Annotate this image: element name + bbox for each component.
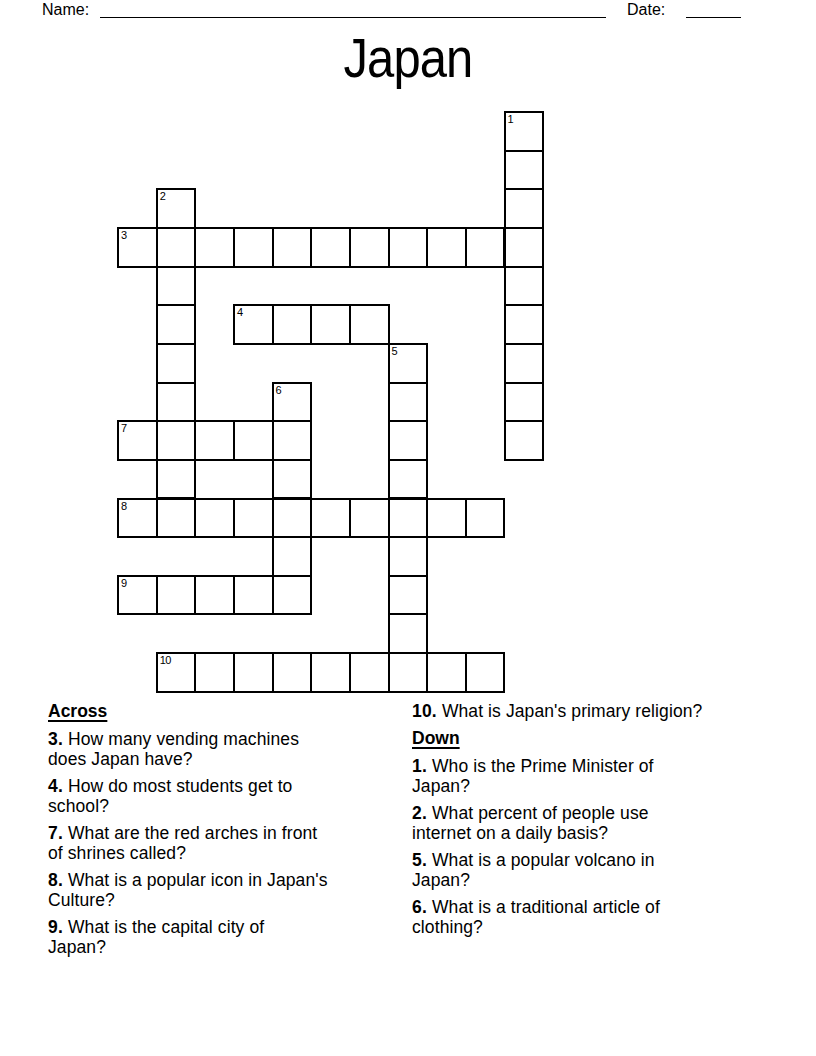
clues-left-column: Across3. How many vending machinesdoes J… [48,701,404,964]
clue-number: 5. [412,850,427,870]
grid-cell-r5c6[interactable] [349,304,390,345]
grid-cell-r9c1[interactable] [156,459,197,500]
grid-cell-r2c1[interactable]: 2 [156,188,197,229]
clue-number: 3. [48,729,63,749]
grid-cell-r11c4[interactable] [272,536,313,577]
clue-number: 7. [48,823,63,843]
crossword-grid: 12345678910 [117,111,545,693]
grid-cell-r3c2[interactable] [194,227,235,268]
grid-cell-r8c3[interactable] [233,420,274,461]
cell-number-1: 1 [508,113,514,126]
grid-cell-r12c7[interactable] [388,575,429,616]
grid-cell-r12c1[interactable] [156,575,197,616]
across-heading: Across [48,701,404,721]
grid-cell-r9c7[interactable] [388,459,429,500]
cell-number-7: 7 [121,422,127,435]
cell-number-9: 9 [121,577,127,590]
name-write-line[interactable] [100,0,606,18]
grid-cell-r14c5[interactable] [310,652,351,693]
grid-cell-r8c7[interactable] [388,420,429,461]
grid-cell-r3c7[interactable] [388,227,429,268]
grid-cell-r10c6[interactable] [349,498,390,539]
cell-number-8: 8 [121,500,127,513]
grid-cell-r10c4[interactable] [272,498,313,539]
grid-cell-r5c5[interactable] [310,304,351,345]
cell-number-5: 5 [392,345,398,358]
grid-cell-r3c0[interactable]: 3 [117,227,158,268]
grid-cell-r13c7[interactable] [388,613,429,654]
grid-cell-r14c3[interactable] [233,652,274,693]
grid-cell-r10c3[interactable] [233,498,274,539]
grid-cell-r3c6[interactable] [349,227,390,268]
cell-number-6: 6 [276,384,282,397]
grid-cell-r10c2[interactable] [194,498,235,539]
grid-cell-r3c1[interactable] [156,227,197,268]
clues-right-column: 10. What is Japan's primary religion?Dow… [412,701,787,944]
clue-down-1: 1. Who is the Prime Minister ofJapan? [412,756,787,796]
grid-cell-r3c10[interactable] [504,227,545,268]
grid-cell-r8c2[interactable] [194,420,235,461]
clue-number: 6. [412,897,427,917]
grid-cell-r7c10[interactable] [504,382,545,423]
grid-cell-r14c8[interactable] [426,652,467,693]
grid-cell-r3c8[interactable] [426,227,467,268]
grid-cell-r6c1[interactable] [156,343,197,384]
grid-cell-r4c10[interactable] [504,266,545,307]
cell-number-10: 10 [160,654,171,667]
clue-number: 4. [48,776,63,796]
grid-cell-r3c5[interactable] [310,227,351,268]
down-heading: Down [412,728,787,748]
grid-cell-r8c1[interactable] [156,420,197,461]
grid-cell-r5c3[interactable]: 4 [233,304,274,345]
grid-cell-r10c8[interactable] [426,498,467,539]
cell-number-2: 2 [160,190,166,203]
clue-across-10: 10. What is Japan's primary religion? [412,701,787,721]
clue-number: 9. [48,917,63,937]
clue-number: 1. [412,756,427,776]
clue-across-8: 8. What is a popular icon in Japan'sCult… [48,870,404,910]
grid-cell-r7c4[interactable]: 6 [272,382,313,423]
date-write-line[interactable] [686,0,741,18]
grid-cell-r14c6[interactable] [349,652,390,693]
grid-cell-r10c9[interactable] [465,498,506,539]
clue-number: 8. [48,870,63,890]
puzzle-title: Japan [45,31,771,86]
grid-cell-r2c10[interactable] [504,188,545,229]
grid-cell-r3c3[interactable] [233,227,274,268]
grid-cell-r5c4[interactable] [272,304,313,345]
grid-cell-r5c10[interactable] [504,304,545,345]
clue-down-6: 6. What is a traditional article ofcloth… [412,897,787,937]
clue-down-5: 5. What is a popular volcano inJapan? [412,850,787,890]
cell-number-3: 3 [121,229,127,242]
grid-cell-r12c3[interactable] [233,575,274,616]
clue-across-4: 4. How do most students get toschool? [48,776,404,816]
clue-number: 10. [412,701,437,721]
grid-cell-r4c1[interactable] [156,266,197,307]
grid-cell-r7c7[interactable] [388,382,429,423]
grid-cell-r5c1[interactable] [156,304,197,345]
date-label: Date: [627,1,665,19]
grid-cell-r6c7[interactable]: 5 [388,343,429,384]
grid-cell-r1c10[interactable] [504,150,545,191]
clue-number: 2. [412,803,427,823]
clue-across-3: 3. How many vending machinesdoes Japan h… [48,729,404,769]
grid-cell-r14c7[interactable] [388,652,429,693]
grid-cell-r12c2[interactable] [194,575,235,616]
grid-cell-r3c4[interactable] [272,227,313,268]
grid-cell-r14c1[interactable]: 10 [156,652,197,693]
grid-cell-r12c4[interactable] [272,575,313,616]
grid-cell-r10c5[interactable] [310,498,351,539]
clue-down-2: 2. What percent of people useinternet on… [412,803,787,843]
grid-cell-r6c10[interactable] [504,343,545,384]
grid-cell-r10c0[interactable]: 8 [117,498,158,539]
grid-cell-r9c4[interactable] [272,459,313,500]
grid-cell-r3c9[interactable] [465,227,506,268]
grid-cell-r10c1[interactable] [156,498,197,539]
grid-cell-r14c4[interactable] [272,652,313,693]
clue-across-9: 9. What is the capital city ofJapan? [48,917,404,957]
grid-cell-r12c0[interactable]: 9 [117,575,158,616]
grid-cell-r8c0[interactable]: 7 [117,420,158,461]
grid-cell-r8c10[interactable] [504,420,545,461]
grid-cell-r8c4[interactable] [272,420,313,461]
grid-cell-r10c7[interactable] [388,498,429,539]
grid-cell-r14c2[interactable] [194,652,235,693]
clue-across-7: 7. What are the red arches in frontof sh… [48,823,404,863]
grid-cell-r11c7[interactable] [388,536,429,577]
grid-cell-r7c1[interactable] [156,382,197,423]
cell-number-4: 4 [237,306,243,319]
grid-cell-r14c9[interactable] [465,652,506,693]
grid-cell-r0c10[interactable]: 1 [504,111,545,152]
name-label: Name: [42,1,89,19]
